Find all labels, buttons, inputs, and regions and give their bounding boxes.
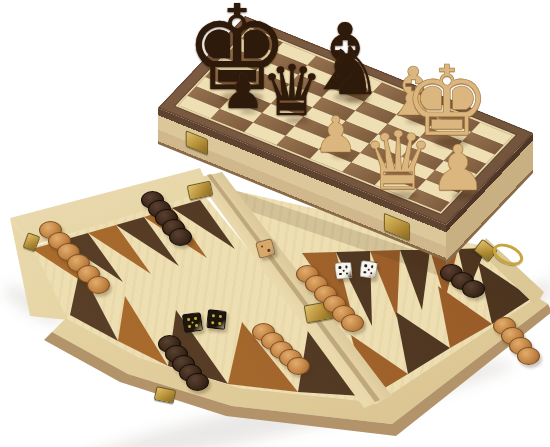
die-pip bbox=[370, 265, 373, 268]
die-pip bbox=[345, 265, 348, 268]
die-pip bbox=[369, 271, 372, 274]
backgammon-checker-tan[interactable] bbox=[517, 347, 540, 365]
die-pip bbox=[211, 314, 214, 317]
chess-piece-dark-knight[interactable]: ♞ bbox=[322, 39, 381, 105]
die-pip bbox=[342, 269, 345, 272]
backgammon-far-hinge[interactable] bbox=[187, 181, 214, 201]
wood-die-2[interactable] bbox=[255, 238, 276, 259]
chess-piece-dark-pawn[interactable]: ♟ bbox=[221, 67, 264, 115]
die-pip bbox=[194, 316, 197, 319]
backgammon-checker-tan[interactable] bbox=[341, 314, 364, 332]
die-pip bbox=[211, 320, 214, 323]
backgammon-checker-dark[interactable] bbox=[186, 373, 209, 391]
die-pip bbox=[339, 272, 342, 275]
product-photo-chess-backgammon-set: ♝♚♞♟♝♛♚♟♛♟ bbox=[0, 0, 550, 447]
backgammon-checker-dark[interactable] bbox=[462, 280, 485, 298]
chess-piece-light-queen[interactable]: ♛ bbox=[362, 121, 435, 202]
die-pip bbox=[364, 264, 367, 267]
die-pip bbox=[190, 320, 193, 323]
chess-box-latch-right[interactable] bbox=[384, 213, 410, 242]
backgammon-checker-tan[interactable] bbox=[287, 357, 310, 375]
chess-box-latch-left[interactable] bbox=[186, 130, 208, 155]
white-die-5[interactable] bbox=[334, 261, 352, 279]
backgammon-near-hinge[interactable] bbox=[154, 386, 176, 404]
backgammon-checker-dark[interactable] bbox=[169, 228, 192, 246]
backgammon-checker-tan[interactable] bbox=[87, 276, 110, 294]
white-die-5[interactable] bbox=[358, 259, 377, 278]
chess-piece-light-pawn[interactable]: ♟ bbox=[430, 137, 486, 200]
die-pip bbox=[260, 245, 263, 248]
die-pip bbox=[367, 268, 370, 271]
die-pip bbox=[345, 272, 348, 275]
die-pip bbox=[186, 317, 189, 320]
black-die-5[interactable] bbox=[181, 311, 202, 332]
die-pip bbox=[187, 325, 190, 328]
die-pip bbox=[217, 321, 220, 324]
die-pip bbox=[338, 266, 341, 269]
chess-piece-light-pawn[interactable]: ♟ bbox=[314, 110, 359, 160]
die-pip bbox=[218, 314, 221, 317]
die-pip bbox=[195, 324, 198, 327]
die-pip bbox=[363, 270, 366, 273]
die-pip bbox=[267, 248, 270, 251]
black-die-4[interactable] bbox=[206, 309, 227, 330]
